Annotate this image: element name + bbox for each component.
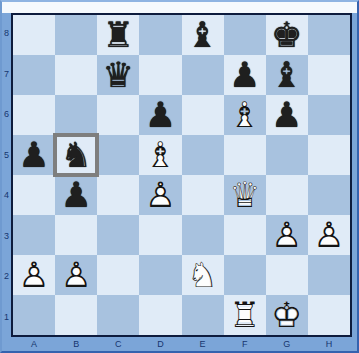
square-b3[interactable] bbox=[55, 215, 97, 255]
black-pawn[interactable]: ♟ bbox=[266, 95, 308, 135]
square-g3[interactable]: ♟♙ bbox=[266, 215, 308, 255]
white-pawn[interactable]: ♟♙ bbox=[139, 175, 181, 215]
black-bishop[interactable]: ♝ bbox=[182, 15, 224, 55]
piece-outline-layer: ♙ bbox=[266, 215, 308, 255]
square-d8[interactable] bbox=[139, 15, 181, 55]
black-knight[interactable]: ♞ bbox=[55, 135, 97, 175]
square-b6[interactable] bbox=[55, 95, 97, 135]
file-label-B: B bbox=[55, 339, 97, 352]
black-bishop[interactable]: ♝ bbox=[266, 55, 308, 95]
square-c3[interactable] bbox=[97, 215, 139, 255]
square-a1[interactable] bbox=[13, 295, 55, 335]
piece-outline-layer: ♔ bbox=[266, 295, 308, 335]
square-g5[interactable] bbox=[266, 135, 308, 175]
square-e2[interactable]: ♞♘ bbox=[182, 255, 224, 295]
white-bishop[interactable]: ♝♗ bbox=[139, 135, 181, 175]
square-h3[interactable]: ♟♙ bbox=[308, 215, 350, 255]
piece-outline-layer: ♙ bbox=[308, 215, 350, 255]
square-e7[interactable] bbox=[182, 55, 224, 95]
square-c1[interactable] bbox=[97, 295, 139, 335]
square-d3[interactable] bbox=[139, 215, 181, 255]
black-pawn[interactable]: ♟ bbox=[224, 55, 266, 95]
rank-label-2: 2 bbox=[2, 256, 11, 297]
square-c7[interactable]: ♛ bbox=[97, 55, 139, 95]
piece-outline-layer: ♘ bbox=[182, 255, 224, 295]
square-a2[interactable]: ♟♙ bbox=[13, 255, 55, 295]
file-label-D: D bbox=[139, 339, 181, 352]
square-a7[interactable] bbox=[13, 55, 55, 95]
square-d6[interactable]: ♟ bbox=[139, 95, 181, 135]
piece-outline-layer: ♙ bbox=[139, 175, 181, 215]
square-g8[interactable]: ♚ bbox=[266, 15, 308, 55]
square-g4[interactable] bbox=[266, 175, 308, 215]
square-b5[interactable]: ♞ bbox=[55, 135, 97, 175]
rank-label-4: 4 bbox=[2, 175, 11, 216]
piece-outline-layer: ♕ bbox=[224, 175, 266, 215]
black-pawn[interactable]: ♟ bbox=[139, 95, 181, 135]
square-d5[interactable]: ♝♗ bbox=[139, 135, 181, 175]
square-b1[interactable] bbox=[55, 295, 97, 335]
file-label-E: E bbox=[182, 339, 224, 352]
white-rook[interactable]: ♜♖ bbox=[224, 295, 266, 335]
square-h2[interactable] bbox=[308, 255, 350, 295]
white-bishop[interactable]: ♝♗ bbox=[224, 95, 266, 135]
square-f8[interactable] bbox=[224, 15, 266, 55]
square-f6[interactable]: ♝♗ bbox=[224, 95, 266, 135]
square-c4[interactable] bbox=[97, 175, 139, 215]
square-d7[interactable] bbox=[139, 55, 181, 95]
piece-outline-layer: ♖ bbox=[224, 295, 266, 335]
piece-outline-layer: ♙ bbox=[13, 255, 55, 295]
black-pawn[interactable]: ♟ bbox=[13, 135, 55, 175]
square-e3[interactable] bbox=[182, 215, 224, 255]
rank-label-1: 1 bbox=[2, 297, 11, 338]
square-d1[interactable] bbox=[139, 295, 181, 335]
square-a3[interactable] bbox=[13, 215, 55, 255]
square-f4[interactable]: ♛♕ bbox=[224, 175, 266, 215]
chess-widget-frame: 87654321 ♜♝♚♛♟♝♟♝♗♟♟♞♝♗♟♟♙♛♕♟♙♟♙♟♙♟♙♞♘♜♖… bbox=[0, 0, 359, 353]
square-b8[interactable] bbox=[55, 15, 97, 55]
white-pawn[interactable]: ♟♙ bbox=[13, 255, 55, 295]
white-pawn[interactable]: ♟♙ bbox=[308, 215, 350, 255]
square-b4[interactable]: ♟ bbox=[55, 175, 97, 215]
rank-labels: 87654321 bbox=[2, 13, 11, 337]
file-labels: ABCDEFGH bbox=[13, 339, 350, 352]
white-queen[interactable]: ♛♕ bbox=[224, 175, 266, 215]
file-label-F: F bbox=[224, 339, 266, 352]
top-margin-band bbox=[2, 2, 357, 13]
square-a8[interactable] bbox=[13, 15, 55, 55]
square-g7[interactable]: ♝ bbox=[266, 55, 308, 95]
white-pawn[interactable]: ♟♙ bbox=[266, 215, 308, 255]
white-knight[interactable]: ♞♘ bbox=[182, 255, 224, 295]
black-rook[interactable]: ♜ bbox=[97, 15, 139, 55]
white-king[interactable]: ♚♔ bbox=[266, 295, 308, 335]
rank-label-7: 7 bbox=[2, 54, 11, 95]
rank-label-5: 5 bbox=[2, 135, 11, 176]
square-f2[interactable] bbox=[224, 255, 266, 295]
square-g6[interactable]: ♟ bbox=[266, 95, 308, 135]
square-e5[interactable] bbox=[182, 135, 224, 175]
chess-board: ♜♝♚♛♟♝♟♝♗♟♟♞♝♗♟♟♙♛♕♟♙♟♙♟♙♟♙♞♘♜♖♚♔ bbox=[11, 13, 352, 337]
square-e1[interactable] bbox=[182, 295, 224, 335]
square-b2[interactable]: ♟♙ bbox=[55, 255, 97, 295]
square-h5[interactable] bbox=[308, 135, 350, 175]
square-c6[interactable] bbox=[97, 95, 139, 135]
square-c8[interactable]: ♜ bbox=[97, 15, 139, 55]
piece-outline-layer: ♗ bbox=[224, 95, 266, 135]
square-h4[interactable] bbox=[308, 175, 350, 215]
black-king[interactable]: ♚ bbox=[266, 15, 308, 55]
square-f5[interactable] bbox=[224, 135, 266, 175]
square-c2[interactable] bbox=[97, 255, 139, 295]
square-e4[interactable] bbox=[182, 175, 224, 215]
file-label-A: A bbox=[13, 339, 55, 352]
square-f7[interactable]: ♟ bbox=[224, 55, 266, 95]
square-e8[interactable]: ♝ bbox=[182, 15, 224, 55]
file-label-C: C bbox=[97, 339, 139, 352]
square-b7[interactable] bbox=[55, 55, 97, 95]
square-h8[interactable] bbox=[308, 15, 350, 55]
file-label-H: H bbox=[308, 339, 350, 352]
board-grid: ♜♝♚♛♟♝♟♝♗♟♟♞♝♗♟♟♙♛♕♟♙♟♙♟♙♟♙♞♘♜♖♚♔ bbox=[13, 15, 350, 335]
square-g1[interactable]: ♚♔ bbox=[266, 295, 308, 335]
piece-outline-layer: ♙ bbox=[55, 255, 97, 295]
black-queen[interactable]: ♛ bbox=[97, 55, 139, 95]
black-pawn[interactable]: ♟ bbox=[55, 175, 97, 215]
square-e6[interactable] bbox=[182, 95, 224, 135]
square-f1[interactable]: ♜♖ bbox=[224, 295, 266, 335]
rank-label-6: 6 bbox=[2, 94, 11, 135]
square-g2[interactable] bbox=[266, 255, 308, 295]
square-h6[interactable] bbox=[308, 95, 350, 135]
square-d2[interactable] bbox=[139, 255, 181, 295]
square-d4[interactable]: ♟♙ bbox=[139, 175, 181, 215]
square-h1[interactable] bbox=[308, 295, 350, 335]
square-h7[interactable] bbox=[308, 55, 350, 95]
rank-label-8: 8 bbox=[2, 13, 11, 54]
square-a6[interactable] bbox=[13, 95, 55, 135]
white-pawn[interactable]: ♟♙ bbox=[55, 255, 97, 295]
rank-label-3: 3 bbox=[2, 216, 11, 257]
piece-outline-layer: ♗ bbox=[139, 135, 181, 175]
square-c5[interactable] bbox=[97, 135, 139, 175]
file-label-G: G bbox=[266, 339, 308, 352]
square-f3[interactable] bbox=[224, 215, 266, 255]
square-a4[interactable] bbox=[13, 175, 55, 215]
square-a5[interactable]: ♟ bbox=[13, 135, 55, 175]
